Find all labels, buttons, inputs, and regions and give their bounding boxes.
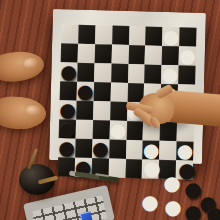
board-cell[interactable] <box>111 64 128 83</box>
board-cell[interactable] <box>94 63 111 82</box>
checker-black[interactable]: ● <box>92 139 109 158</box>
board-cell[interactable]: ● <box>60 62 77 81</box>
board-cell[interactable] <box>128 64 145 83</box>
board-cell[interactable]: ● <box>162 27 179 46</box>
board-cell[interactable] <box>95 25 112 44</box>
board-cell[interactable]: ● <box>58 138 75 157</box>
board-cell[interactable] <box>93 101 110 120</box>
checker-black[interactable]: ● <box>58 138 75 157</box>
board-cell[interactable] <box>94 44 111 63</box>
board-cell[interactable] <box>110 83 127 102</box>
left-player-fist-bottom <box>0 95 47 131</box>
checker-white[interactable]: ● <box>179 46 196 65</box>
board-cell[interactable] <box>108 159 125 178</box>
board-cell[interactable] <box>178 65 195 84</box>
board-cell[interactable]: ● <box>92 139 109 158</box>
board-cell[interactable] <box>145 45 162 64</box>
board-cell[interactable] <box>111 45 128 64</box>
board-cell[interactable] <box>61 24 78 43</box>
board-cell[interactable]: ● <box>179 46 196 65</box>
board-cell[interactable] <box>78 25 95 44</box>
loose-checker-white[interactable]: ● <box>143 158 160 178</box>
checker-white[interactable]: ● <box>109 121 126 140</box>
board-cell[interactable] <box>109 140 126 159</box>
laptop-keyboard <box>32 195 108 220</box>
board-cell[interactable] <box>93 82 110 101</box>
laptop-sticker <box>80 211 93 220</box>
loose-checker-black[interactable]: ● <box>184 202 201 220</box>
board-cell[interactable] <box>76 101 93 120</box>
board-cell[interactable] <box>129 26 146 45</box>
board-cell[interactable] <box>112 26 129 45</box>
board-cell[interactable]: ● <box>109 121 126 140</box>
board-cell[interactable] <box>77 44 94 63</box>
table-surface: ●●●●●●●●●●●●●●● ●●●●●●●●● <box>0 0 220 220</box>
loose-checker-white[interactable]: ● <box>141 192 158 212</box>
left-player-fist-top <box>0 49 45 83</box>
board-grid: ●●●●●●●●●●●●●●● <box>58 24 196 152</box>
checker-black[interactable]: ● <box>77 82 94 101</box>
board-cell[interactable] <box>75 120 92 139</box>
checkers-board: ●●●●●●●●●●●●●●● <box>49 9 206 164</box>
checker-black[interactable]: ● <box>60 62 77 81</box>
board-cell[interactable] <box>125 159 142 178</box>
board-cell[interactable] <box>144 64 161 83</box>
board-cell[interactable] <box>126 140 143 159</box>
loose-checker-white[interactable]: ● <box>164 197 181 217</box>
board-cell[interactable]: ● <box>76 82 93 101</box>
board-cell[interactable] <box>145 26 162 45</box>
board-cell[interactable] <box>159 141 176 160</box>
checker-white[interactable]: ● <box>162 27 179 46</box>
loose-checker-black[interactable]: ● <box>206 204 220 220</box>
board-cell[interactable] <box>128 45 145 64</box>
